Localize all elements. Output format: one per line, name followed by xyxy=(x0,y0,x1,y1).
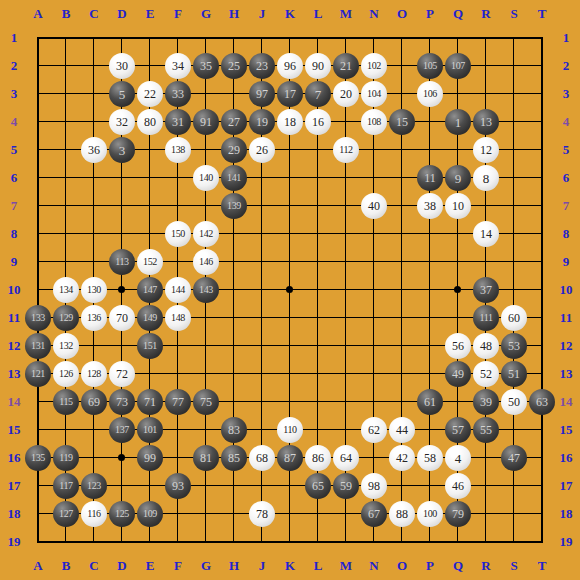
board-intersection-R17[interactable] xyxy=(472,472,500,500)
board-intersection-P14[interactable]: 61 xyxy=(416,388,444,416)
row-label-right-1[interactable]: 1 xyxy=(554,24,578,52)
col-label-top-K[interactable]: K xyxy=(276,6,304,22)
row-label-left-5[interactable]: 5 xyxy=(2,136,26,164)
board-intersection-A12[interactable]: 131 xyxy=(24,332,52,360)
board-intersection-L8[interactable] xyxy=(304,220,332,248)
col-label-top-H[interactable]: H xyxy=(220,6,248,22)
board-intersection-M19[interactable] xyxy=(332,528,360,556)
board-intersection-P15[interactable] xyxy=(416,416,444,444)
board-intersection-B19[interactable] xyxy=(52,528,80,556)
board-intersection-D17[interactable] xyxy=(108,472,136,500)
col-label-top-Q[interactable]: Q xyxy=(444,6,472,22)
board-intersection-L17[interactable]: 65 xyxy=(304,472,332,500)
row-label-right-6[interactable]: 6 xyxy=(554,164,578,192)
board-intersection-M13[interactable] xyxy=(332,360,360,388)
board-intersection-K1[interactable] xyxy=(276,24,304,52)
board-intersection-Q17[interactable]: 46 xyxy=(444,472,472,500)
board-intersection-G1[interactable] xyxy=(192,24,220,52)
board-intersection-R8[interactable]: 14 xyxy=(472,220,500,248)
board-intersection-B17[interactable]: 117 xyxy=(52,472,80,500)
col-label-bottom-J[interactable]: J xyxy=(248,558,276,574)
board-intersection-D12[interactable] xyxy=(108,332,136,360)
board-intersection-H18[interactable] xyxy=(220,500,248,528)
row-label-left-13[interactable]: 13 xyxy=(2,360,26,388)
board-intersection-B5[interactable] xyxy=(52,136,80,164)
board-intersection-F16[interactable] xyxy=(164,444,192,472)
board-intersection-Q10[interactable] xyxy=(444,276,472,304)
board-intersection-C7[interactable] xyxy=(80,192,108,220)
board-intersection-P6[interactable]: 11 xyxy=(416,164,444,192)
board-intersection-D10[interactable] xyxy=(108,276,136,304)
board-intersection-F12[interactable] xyxy=(164,332,192,360)
board-intersection-M9[interactable] xyxy=(332,248,360,276)
board-intersection-O19[interactable] xyxy=(388,528,416,556)
board-intersection-N14[interactable] xyxy=(360,388,388,416)
board-intersection-S19[interactable] xyxy=(500,528,528,556)
board-intersection-H11[interactable] xyxy=(220,304,248,332)
board-intersection-D18[interactable]: 125 xyxy=(108,500,136,528)
board-intersection-P3[interactable]: 106 xyxy=(416,80,444,108)
board-intersection-F15[interactable] xyxy=(164,416,192,444)
row-label-left-15[interactable]: 15 xyxy=(2,416,26,444)
board-intersection-A9[interactable] xyxy=(24,248,52,276)
board-intersection-G18[interactable] xyxy=(192,500,220,528)
row-label-left-14[interactable]: 14 xyxy=(2,388,26,416)
board-intersection-K12[interactable] xyxy=(276,332,304,360)
board-intersection-D15[interactable]: 137 xyxy=(108,416,136,444)
board-intersection-T1[interactable] xyxy=(528,24,556,52)
col-label-bottom-T[interactable]: T xyxy=(528,558,556,574)
board-intersection-C10[interactable]: 130 xyxy=(80,276,108,304)
board-intersection-M4[interactable] xyxy=(332,108,360,136)
row-label-right-3[interactable]: 3 xyxy=(554,80,578,108)
board-intersection-O15[interactable]: 44 xyxy=(388,416,416,444)
board-intersection-J2[interactable]: 23 xyxy=(248,52,276,80)
board-intersection-R13[interactable]: 52 xyxy=(472,360,500,388)
board-intersection-C9[interactable] xyxy=(80,248,108,276)
board-intersection-D13[interactable]: 72 xyxy=(108,360,136,388)
board-intersection-N9[interactable] xyxy=(360,248,388,276)
board-intersection-S15[interactable] xyxy=(500,416,528,444)
board-intersection-L6[interactable] xyxy=(304,164,332,192)
board-intersection-R10[interactable]: 37 xyxy=(472,276,500,304)
board-intersection-F2[interactable]: 34 xyxy=(164,52,192,80)
board-intersection-R12[interactable]: 48 xyxy=(472,332,500,360)
board-intersection-T12[interactable] xyxy=(528,332,556,360)
board-intersection-R6[interactable]: 8 xyxy=(472,164,500,192)
board-intersection-O10[interactable] xyxy=(388,276,416,304)
board-intersection-Q7[interactable]: 10 xyxy=(444,192,472,220)
board-intersection-R4[interactable]: 13 xyxy=(472,108,500,136)
col-label-bottom-M[interactable]: M xyxy=(332,558,360,574)
board-intersection-R7[interactable] xyxy=(472,192,500,220)
board-intersection-E7[interactable] xyxy=(136,192,164,220)
col-label-top-O[interactable]: O xyxy=(388,6,416,22)
board-intersection-B3[interactable] xyxy=(52,80,80,108)
board-intersection-F5[interactable]: 138 xyxy=(164,136,192,164)
board-intersection-F4[interactable]: 31 xyxy=(164,108,192,136)
row-label-right-16[interactable]: 16 xyxy=(554,444,578,472)
col-label-bottom-E[interactable]: E xyxy=(136,558,164,574)
col-label-top-L[interactable]: L xyxy=(304,6,332,22)
board-intersection-Q1[interactable] xyxy=(444,24,472,52)
board-intersection-G9[interactable]: 146 xyxy=(192,248,220,276)
board-intersection-S5[interactable] xyxy=(500,136,528,164)
board-intersection-T17[interactable] xyxy=(528,472,556,500)
board-intersection-M11[interactable] xyxy=(332,304,360,332)
row-label-left-12[interactable]: 12 xyxy=(2,332,26,360)
board-intersection-G6[interactable]: 140 xyxy=(192,164,220,192)
board-intersection-K8[interactable] xyxy=(276,220,304,248)
board-intersection-B11[interactable]: 129 xyxy=(52,304,80,332)
board-intersection-J8[interactable] xyxy=(248,220,276,248)
board-intersection-J18[interactable]: 78 xyxy=(248,500,276,528)
board-intersection-P9[interactable] xyxy=(416,248,444,276)
board-intersection-H14[interactable] xyxy=(220,388,248,416)
board-intersection-N16[interactable] xyxy=(360,444,388,472)
board-intersection-S16[interactable]: 47 xyxy=(500,444,528,472)
board-intersection-B10[interactable]: 134 xyxy=(52,276,80,304)
board-intersection-T3[interactable] xyxy=(528,80,556,108)
board-intersection-O16[interactable]: 42 xyxy=(388,444,416,472)
board-intersection-O9[interactable] xyxy=(388,248,416,276)
board-intersection-B12[interactable]: 132 xyxy=(52,332,80,360)
board-intersection-P12[interactable] xyxy=(416,332,444,360)
board-intersection-D9[interactable]: 113 xyxy=(108,248,136,276)
board-intersection-P19[interactable] xyxy=(416,528,444,556)
board-intersection-R15[interactable]: 55 xyxy=(472,416,500,444)
board-intersection-G19[interactable] xyxy=(192,528,220,556)
board-intersection-A3[interactable] xyxy=(24,80,52,108)
board-intersection-R9[interactable] xyxy=(472,248,500,276)
board-intersection-S7[interactable] xyxy=(500,192,528,220)
board-intersection-E15[interactable]: 101 xyxy=(136,416,164,444)
board-intersection-E9[interactable]: 152 xyxy=(136,248,164,276)
board-intersection-J14[interactable] xyxy=(248,388,276,416)
board-intersection-G5[interactable] xyxy=(192,136,220,164)
board-intersection-A11[interactable]: 133 xyxy=(24,304,52,332)
board-intersection-M10[interactable] xyxy=(332,276,360,304)
row-label-right-13[interactable]: 13 xyxy=(554,360,578,388)
row-label-left-17[interactable]: 17 xyxy=(2,472,26,500)
board-intersection-T6[interactable] xyxy=(528,164,556,192)
board-intersection-C3[interactable] xyxy=(80,80,108,108)
board-intersection-K15[interactable]: 110 xyxy=(276,416,304,444)
row-label-right-9[interactable]: 9 xyxy=(554,248,578,276)
board-intersection-H7[interactable]: 139 xyxy=(220,192,248,220)
board-intersection-B4[interactable] xyxy=(52,108,80,136)
board-intersection-S6[interactable] xyxy=(500,164,528,192)
board-intersection-H6[interactable]: 141 xyxy=(220,164,248,192)
board-intersection-S13[interactable]: 51 xyxy=(500,360,528,388)
board-intersection-N8[interactable] xyxy=(360,220,388,248)
board-intersection-C13[interactable]: 128 xyxy=(80,360,108,388)
board-intersection-N1[interactable] xyxy=(360,24,388,52)
board-intersection-K2[interactable]: 96 xyxy=(276,52,304,80)
row-label-left-3[interactable]: 3 xyxy=(2,80,26,108)
board-intersection-O5[interactable] xyxy=(388,136,416,164)
board-intersection-K4[interactable]: 18 xyxy=(276,108,304,136)
row-label-right-8[interactable]: 8 xyxy=(554,220,578,248)
board-intersection-A13[interactable]: 121 xyxy=(24,360,52,388)
board-intersection-J9[interactable] xyxy=(248,248,276,276)
board-intersection-H17[interactable] xyxy=(220,472,248,500)
board-intersection-L16[interactable]: 86 xyxy=(304,444,332,472)
board-intersection-J16[interactable]: 68 xyxy=(248,444,276,472)
row-label-right-18[interactable]: 18 xyxy=(554,500,578,528)
board-intersection-Q16[interactable]: 4 xyxy=(444,444,472,472)
board-intersection-B13[interactable]: 126 xyxy=(52,360,80,388)
board-intersection-R14[interactable]: 39 xyxy=(472,388,500,416)
board-intersection-P10[interactable] xyxy=(416,276,444,304)
board-intersection-Q8[interactable] xyxy=(444,220,472,248)
board-intersection-T7[interactable] xyxy=(528,192,556,220)
board-intersection-J5[interactable]: 26 xyxy=(248,136,276,164)
row-label-left-9[interactable]: 9 xyxy=(2,248,26,276)
board-intersection-A18[interactable] xyxy=(24,500,52,528)
board-intersection-N11[interactable] xyxy=(360,304,388,332)
col-label-bottom-B[interactable]: B xyxy=(52,558,80,574)
board-intersection-R19[interactable] xyxy=(472,528,500,556)
board-intersection-G8[interactable]: 142 xyxy=(192,220,220,248)
board-intersection-F3[interactable]: 33 xyxy=(164,80,192,108)
board-intersection-Q12[interactable]: 56 xyxy=(444,332,472,360)
board-intersection-N13[interactable] xyxy=(360,360,388,388)
board-intersection-G12[interactable] xyxy=(192,332,220,360)
board-intersection-Q15[interactable]: 57 xyxy=(444,416,472,444)
board-intersection-H9[interactable] xyxy=(220,248,248,276)
board-intersection-J12[interactable] xyxy=(248,332,276,360)
board-intersection-F8[interactable]: 150 xyxy=(164,220,192,248)
board-intersection-B18[interactable]: 127 xyxy=(52,500,80,528)
board-intersection-H15[interactable]: 83 xyxy=(220,416,248,444)
board-intersection-A17[interactable] xyxy=(24,472,52,500)
board-intersection-A4[interactable] xyxy=(24,108,52,136)
col-label-bottom-F[interactable]: F xyxy=(164,558,192,574)
board-intersection-L19[interactable] xyxy=(304,528,332,556)
col-label-top-A[interactable]: A xyxy=(24,6,52,22)
board-intersection-T8[interactable] xyxy=(528,220,556,248)
board-intersection-K5[interactable] xyxy=(276,136,304,164)
row-label-right-19[interactable]: 19 xyxy=(554,528,578,556)
col-label-top-E[interactable]: E xyxy=(136,6,164,22)
board-intersection-C16[interactable] xyxy=(80,444,108,472)
board-intersection-B1[interactable] xyxy=(52,24,80,52)
col-label-top-C[interactable]: C xyxy=(80,6,108,22)
board-intersection-T2[interactable] xyxy=(528,52,556,80)
board-intersection-F7[interactable] xyxy=(164,192,192,220)
board-intersection-J3[interactable]: 97 xyxy=(248,80,276,108)
board-intersection-D4[interactable]: 32 xyxy=(108,108,136,136)
board-intersection-D14[interactable]: 73 xyxy=(108,388,136,416)
board-intersection-S14[interactable]: 50 xyxy=(500,388,528,416)
board-intersection-S8[interactable] xyxy=(500,220,528,248)
board-intersection-Q5[interactable] xyxy=(444,136,472,164)
board-intersection-F19[interactable] xyxy=(164,528,192,556)
col-label-bottom-H[interactable]: H xyxy=(220,558,248,574)
board-intersection-L10[interactable] xyxy=(304,276,332,304)
board-intersection-O2[interactable] xyxy=(388,52,416,80)
board-intersection-A15[interactable] xyxy=(24,416,52,444)
board-intersection-C8[interactable] xyxy=(80,220,108,248)
board-intersection-A7[interactable] xyxy=(24,192,52,220)
board-intersection-T15[interactable] xyxy=(528,416,556,444)
board-intersection-D16[interactable] xyxy=(108,444,136,472)
board-intersection-E1[interactable] xyxy=(136,24,164,52)
board-intersection-M2[interactable]: 21 xyxy=(332,52,360,80)
board-intersection-S12[interactable]: 53 xyxy=(500,332,528,360)
board-intersection-C11[interactable]: 136 xyxy=(80,304,108,332)
board-intersection-K6[interactable] xyxy=(276,164,304,192)
board-intersection-E18[interactable]: 109 xyxy=(136,500,164,528)
board-intersection-Q13[interactable]: 49 xyxy=(444,360,472,388)
board-intersection-M3[interactable]: 20 xyxy=(332,80,360,108)
board-intersection-Q14[interactable] xyxy=(444,388,472,416)
row-label-right-12[interactable]: 12 xyxy=(554,332,578,360)
board-intersection-B16[interactable]: 119 xyxy=(52,444,80,472)
row-label-right-11[interactable]: 11 xyxy=(554,304,578,332)
board-intersection-C18[interactable]: 116 xyxy=(80,500,108,528)
board-intersection-L18[interactable] xyxy=(304,500,332,528)
board-intersection-L7[interactable] xyxy=(304,192,332,220)
board-intersection-K17[interactable] xyxy=(276,472,304,500)
board-intersection-N19[interactable] xyxy=(360,528,388,556)
board-intersection-B8[interactable] xyxy=(52,220,80,248)
board-intersection-M17[interactable]: 59 xyxy=(332,472,360,500)
board-intersection-H16[interactable]: 85 xyxy=(220,444,248,472)
board-intersection-J17[interactable] xyxy=(248,472,276,500)
board-intersection-R2[interactable] xyxy=(472,52,500,80)
col-label-top-J[interactable]: J xyxy=(248,6,276,22)
board-intersection-P16[interactable]: 58 xyxy=(416,444,444,472)
board-intersection-E5[interactable] xyxy=(136,136,164,164)
board-intersection-M7[interactable] xyxy=(332,192,360,220)
board-intersection-G11[interactable] xyxy=(192,304,220,332)
board-intersection-N7[interactable]: 40 xyxy=(360,192,388,220)
board-intersection-M8[interactable] xyxy=(332,220,360,248)
board-intersection-F10[interactable]: 144 xyxy=(164,276,192,304)
board-intersection-Q19[interactable] xyxy=(444,528,472,556)
row-label-left-7[interactable]: 7 xyxy=(2,192,26,220)
board-intersection-K3[interactable]: 17 xyxy=(276,80,304,108)
board-intersection-G15[interactable] xyxy=(192,416,220,444)
board-intersection-J10[interactable] xyxy=(248,276,276,304)
board-intersection-Q11[interactable] xyxy=(444,304,472,332)
board-intersection-N3[interactable]: 104 xyxy=(360,80,388,108)
board-intersection-C12[interactable] xyxy=(80,332,108,360)
board-intersection-L12[interactable] xyxy=(304,332,332,360)
board-intersection-D19[interactable] xyxy=(108,528,136,556)
board-intersection-H13[interactable] xyxy=(220,360,248,388)
board-intersection-B15[interactable] xyxy=(52,416,80,444)
board-intersection-G17[interactable] xyxy=(192,472,220,500)
board-intersection-F11[interactable]: 148 xyxy=(164,304,192,332)
row-label-left-19[interactable]: 19 xyxy=(2,528,26,556)
board-intersection-F18[interactable] xyxy=(164,500,192,528)
row-label-left-16[interactable]: 16 xyxy=(2,444,26,472)
col-label-bottom-R[interactable]: R xyxy=(472,558,500,574)
board-intersection-F13[interactable] xyxy=(164,360,192,388)
board-intersection-S17[interactable] xyxy=(500,472,528,500)
board-intersection-O12[interactable] xyxy=(388,332,416,360)
board-intersection-O11[interactable] xyxy=(388,304,416,332)
board-intersection-S3[interactable] xyxy=(500,80,528,108)
board-intersection-R16[interactable] xyxy=(472,444,500,472)
board-intersection-C15[interactable] xyxy=(80,416,108,444)
board-intersection-C1[interactable] xyxy=(80,24,108,52)
col-label-top-T[interactable]: T xyxy=(528,6,556,22)
col-label-top-F[interactable]: F xyxy=(164,6,192,22)
board-intersection-R5[interactable]: 12 xyxy=(472,136,500,164)
board-intersection-S9[interactable] xyxy=(500,248,528,276)
board-intersection-D6[interactable] xyxy=(108,164,136,192)
board-intersection-K9[interactable] xyxy=(276,248,304,276)
row-label-right-17[interactable]: 17 xyxy=(554,472,578,500)
board-intersection-P2[interactable]: 105 xyxy=(416,52,444,80)
board-intersection-T19[interactable] xyxy=(528,528,556,556)
board-intersection-D2[interactable]: 30 xyxy=(108,52,136,80)
board-intersection-Q9[interactable] xyxy=(444,248,472,276)
board-intersection-H8[interactable] xyxy=(220,220,248,248)
board-intersection-H5[interactable]: 29 xyxy=(220,136,248,164)
col-label-bottom-S[interactable]: S xyxy=(500,558,528,574)
board-intersection-J15[interactable] xyxy=(248,416,276,444)
board-intersection-C17[interactable]: 123 xyxy=(80,472,108,500)
board-intersection-E11[interactable]: 149 xyxy=(136,304,164,332)
board-intersection-D5[interactable]: 3 xyxy=(108,136,136,164)
board-intersection-A10[interactable] xyxy=(24,276,52,304)
board-intersection-T5[interactable] xyxy=(528,136,556,164)
col-label-top-M[interactable]: M xyxy=(332,6,360,22)
board-intersection-S11[interactable]: 60 xyxy=(500,304,528,332)
board-intersection-N10[interactable] xyxy=(360,276,388,304)
row-label-right-7[interactable]: 7 xyxy=(554,192,578,220)
board-intersection-O17[interactable] xyxy=(388,472,416,500)
board-intersection-C2[interactable] xyxy=(80,52,108,80)
col-label-top-R[interactable]: R xyxy=(472,6,500,22)
board-intersection-N4[interactable]: 108 xyxy=(360,108,388,136)
board-intersection-B6[interactable] xyxy=(52,164,80,192)
board-intersection-N18[interactable]: 67 xyxy=(360,500,388,528)
board-intersection-D1[interactable] xyxy=(108,24,136,52)
board-intersection-L5[interactable] xyxy=(304,136,332,164)
board-intersection-N17[interactable]: 98 xyxy=(360,472,388,500)
board-intersection-G2[interactable]: 35 xyxy=(192,52,220,80)
board-intersection-D8[interactable] xyxy=(108,220,136,248)
board-intersection-P4[interactable] xyxy=(416,108,444,136)
board-intersection-E12[interactable]: 151 xyxy=(136,332,164,360)
row-label-left-18[interactable]: 18 xyxy=(2,500,26,528)
board-intersection-T11[interactable] xyxy=(528,304,556,332)
board-intersection-F9[interactable] xyxy=(164,248,192,276)
board-intersection-P5[interactable] xyxy=(416,136,444,164)
board-intersection-L15[interactable] xyxy=(304,416,332,444)
board-intersection-J6[interactable] xyxy=(248,164,276,192)
board-intersection-T10[interactable] xyxy=(528,276,556,304)
board-intersection-O14[interactable] xyxy=(388,388,416,416)
board-intersection-T13[interactable] xyxy=(528,360,556,388)
col-label-bottom-Q[interactable]: Q xyxy=(444,558,472,574)
board-intersection-J11[interactable] xyxy=(248,304,276,332)
board-intersection-E8[interactable] xyxy=(136,220,164,248)
board-intersection-T4[interactable] xyxy=(528,108,556,136)
board-intersection-L13[interactable] xyxy=(304,360,332,388)
board-intersection-J1[interactable] xyxy=(248,24,276,52)
col-label-bottom-L[interactable]: L xyxy=(304,558,332,574)
board-intersection-O4[interactable]: 15 xyxy=(388,108,416,136)
board-intersection-B2[interactable] xyxy=(52,52,80,80)
board-intersection-P7[interactable]: 38 xyxy=(416,192,444,220)
